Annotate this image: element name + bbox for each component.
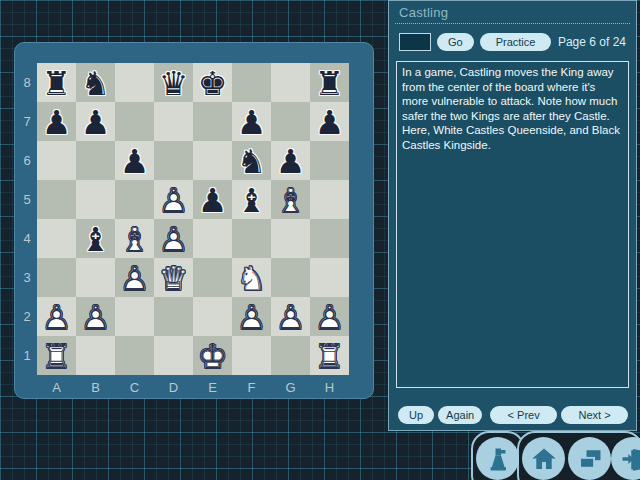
square-c6[interactable]: ♟ xyxy=(115,141,154,180)
square-a1[interactable]: ♜♖ xyxy=(37,336,76,375)
square-d6[interactable] xyxy=(154,141,193,180)
go-button[interactable]: Go xyxy=(437,33,474,51)
rank-label-7: 7 xyxy=(19,102,35,141)
square-a3[interactable] xyxy=(37,258,76,297)
black-queen: ♛ xyxy=(154,63,193,102)
rank-label-2: 2 xyxy=(19,297,35,336)
rank-label-4: 4 xyxy=(19,219,35,258)
square-d1[interactable] xyxy=(154,336,193,375)
square-a6[interactable] xyxy=(37,141,76,180)
practice-button[interactable]: Practice xyxy=(480,33,552,51)
lesson-nav-row: Up Again < Prev Next > xyxy=(398,406,628,424)
square-g6[interactable]: ♟ xyxy=(271,141,310,180)
black-king: ♚ xyxy=(193,63,232,102)
prev-button[interactable]: < Prev xyxy=(490,406,557,424)
square-c5[interactable] xyxy=(115,180,154,219)
white-bishop: ♝♗ xyxy=(271,180,310,219)
black-pawn: ♟ xyxy=(76,102,115,141)
black-bishop: ♝ xyxy=(76,219,115,258)
square-d5[interactable]: ♟♙ xyxy=(154,180,193,219)
lesson-controls: Go Practice Page 6 of 24 xyxy=(389,24,636,56)
white-pawn: ♟♙ xyxy=(271,297,310,336)
white-knight: ♞♘ xyxy=(232,258,271,297)
white-bishop: ♝♗ xyxy=(115,219,154,258)
white-pawn: ♟♙ xyxy=(154,219,193,258)
square-a5[interactable] xyxy=(37,180,76,219)
chessboard[interactable]: ♜♞♛♚♜♟♟♟♟♟♞♟♟♙♟♝♝♗♝♝♗♟♙♟♙♛♕♞♘♟♙♟♙♟♙♟♙♟♙♜… xyxy=(37,63,349,375)
square-c8[interactable] xyxy=(115,63,154,102)
file-label-h: H xyxy=(310,379,349,397)
next-button[interactable]: Next > xyxy=(561,406,628,424)
file-label-f: F xyxy=(232,379,271,397)
square-f5[interactable]: ♝ xyxy=(232,180,271,219)
square-g4[interactable] xyxy=(271,219,310,258)
rank-labels: 87654321 xyxy=(19,63,35,375)
file-label-a: A xyxy=(37,379,76,397)
square-a4[interactable] xyxy=(37,219,76,258)
square-g1[interactable] xyxy=(271,336,310,375)
square-c3[interactable]: ♟♙ xyxy=(115,258,154,297)
white-pawn: ♟♙ xyxy=(115,258,154,297)
square-e7[interactable] xyxy=(193,102,232,141)
square-b4[interactable]: ♝ xyxy=(76,219,115,258)
black-pawn: ♟ xyxy=(310,102,349,141)
square-f1[interactable] xyxy=(232,336,271,375)
square-b6[interactable] xyxy=(76,141,115,180)
black-pawn: ♟ xyxy=(271,141,310,180)
black-pawn: ♟ xyxy=(193,180,232,219)
rank-label-1: 1 xyxy=(19,336,35,375)
square-d3[interactable]: ♛♕ xyxy=(154,258,193,297)
square-f7[interactable]: ♟ xyxy=(232,102,271,141)
square-b7[interactable]: ♟ xyxy=(76,102,115,141)
chess-piece-icon xyxy=(485,446,511,472)
chess-mode-button[interactable] xyxy=(476,437,519,480)
rank-label-5: 5 xyxy=(19,180,35,219)
square-b5[interactable] xyxy=(76,180,115,219)
square-g2[interactable]: ♟♙ xyxy=(271,297,310,336)
square-g8[interactable] xyxy=(271,63,310,102)
square-g5[interactable]: ♝♗ xyxy=(271,180,310,219)
square-h6[interactable] xyxy=(310,141,349,180)
lesson-panel: Castling Go Practice Page 6 of 24 In a g… xyxy=(388,0,637,431)
file-label-g: G xyxy=(271,379,310,397)
black-rook: ♜ xyxy=(37,63,76,102)
square-e1[interactable]: ♚♔ xyxy=(193,336,232,375)
black-bishop: ♝ xyxy=(232,180,271,219)
square-b3[interactable] xyxy=(76,258,115,297)
square-f2[interactable]: ♟♙ xyxy=(232,297,271,336)
rank-label-8: 8 xyxy=(19,63,35,102)
square-e8[interactable]: ♚ xyxy=(193,63,232,102)
square-g3[interactable] xyxy=(271,258,310,297)
square-e3[interactable] xyxy=(193,258,232,297)
square-c1[interactable] xyxy=(115,336,154,375)
page-number-input[interactable] xyxy=(399,33,431,51)
again-button[interactable]: Again xyxy=(438,406,482,424)
black-pawn: ♟ xyxy=(232,102,271,141)
square-a8[interactable]: ♜ xyxy=(37,63,76,102)
lesson-title: Castling xyxy=(389,1,636,23)
square-e6[interactable] xyxy=(193,141,232,180)
white-rook: ♜♖ xyxy=(310,336,349,375)
home-icon xyxy=(530,445,558,473)
white-pawn: ♟♙ xyxy=(310,297,349,336)
file-label-e: E xyxy=(193,379,232,397)
black-knight: ♞ xyxy=(232,141,271,180)
square-e4[interactable] xyxy=(193,219,232,258)
square-d4[interactable]: ♟♙ xyxy=(154,219,193,258)
exit-door-icon xyxy=(619,445,640,473)
black-pawn: ♟ xyxy=(37,102,76,141)
square-c7[interactable] xyxy=(115,102,154,141)
square-d7[interactable] xyxy=(154,102,193,141)
square-b8[interactable]: ♞ xyxy=(76,63,115,102)
page-indicator: Page 6 of 24 xyxy=(558,35,628,49)
square-h1[interactable]: ♜♖ xyxy=(310,336,349,375)
square-f6[interactable]: ♞ xyxy=(232,141,271,180)
square-e2[interactable] xyxy=(193,297,232,336)
square-c2[interactable] xyxy=(115,297,154,336)
white-pawn: ♟♙ xyxy=(154,180,193,219)
black-pawn: ♟ xyxy=(115,141,154,180)
file-labels: ABCDEFGH xyxy=(37,379,349,397)
file-label-c: C xyxy=(115,379,154,397)
white-pawn: ♟♙ xyxy=(232,297,271,336)
square-f8[interactable] xyxy=(232,63,271,102)
square-a2[interactable]: ♟♙ xyxy=(37,297,76,336)
square-f3[interactable]: ♞♘ xyxy=(232,258,271,297)
white-king: ♚♔ xyxy=(193,336,232,375)
white-queen: ♛♕ xyxy=(154,258,193,297)
white-pawn: ♟♙ xyxy=(37,297,76,336)
board-panel: 87654321 ♜♞♛♚♜♟♟♟♟♟♞♟♟♙♟♝♝♗♝♝♗♟♙♟♙♛♕♞♘♟♙… xyxy=(14,42,374,399)
lesson-body-text: In a game, Castling moves the King away … xyxy=(396,61,629,388)
square-e5[interactable]: ♟ xyxy=(193,180,232,219)
white-pawn: ♟♙ xyxy=(76,297,115,336)
black-rook: ♜ xyxy=(310,63,349,102)
square-g7[interactable] xyxy=(271,102,310,141)
square-h7[interactable]: ♟ xyxy=(310,102,349,141)
file-label-d: D xyxy=(154,379,193,397)
square-c4[interactable]: ♝♗ xyxy=(115,219,154,258)
up-button[interactable]: Up xyxy=(398,406,434,424)
square-h8[interactable]: ♜ xyxy=(310,63,349,102)
white-rook: ♜♖ xyxy=(37,336,76,375)
square-f4[interactable] xyxy=(232,219,271,258)
square-a7[interactable]: ♟ xyxy=(37,102,76,141)
square-b1[interactable] xyxy=(76,336,115,375)
square-h5[interactable] xyxy=(310,180,349,219)
square-h3[interactable] xyxy=(310,258,349,297)
file-label-b: B xyxy=(76,379,115,397)
app-window: 87654321 ♜♞♛♚♜♟♟♟♟♟♞♟♟♙♟♝♝♗♝♝♗♟♙♟♙♛♕♞♘♟♙… xyxy=(0,0,640,480)
home-button[interactable] xyxy=(522,437,565,480)
rank-label-6: 6 xyxy=(19,141,35,180)
square-d2[interactable] xyxy=(154,297,193,336)
black-knight: ♞ xyxy=(76,63,115,102)
square-h4[interactable] xyxy=(310,219,349,258)
square-h2[interactable]: ♟♙ xyxy=(310,297,349,336)
rank-label-3: 3 xyxy=(19,258,35,297)
windows-button[interactable] xyxy=(568,437,611,480)
square-d8[interactable]: ♛ xyxy=(154,63,193,102)
windows-cascade-icon xyxy=(576,445,604,473)
square-b2[interactable]: ♟♙ xyxy=(76,297,115,336)
